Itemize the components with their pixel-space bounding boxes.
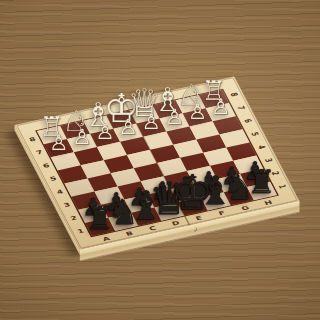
rank-label-right-8: 8 [227,90,241,100]
rank-label-left-3: 3 [59,201,75,210]
rank-label-right-5: 5 [248,129,262,139]
rank-label-left-8: 8 [24,135,40,144]
rank-label-right-3: 3 [261,155,275,165]
rank-label-right-1: 1 [275,182,289,192]
rank-label-left-1: 1 [73,227,89,236]
rank-label-right-2: 2 [268,169,282,179]
chess-set-photo: A88B77C66D55E44F33G22H11 ♖♘♗♔♕♗♘♖♙♙♙♙♙♙♙… [0,0,320,320]
rank-label-left-5: 5 [45,174,61,183]
rank-label-left-2: 2 [66,214,82,223]
rank-label-left-6: 6 [38,161,54,170]
screw-icon [194,227,197,232]
rank-label-right-7: 7 [234,103,248,113]
rank-label-left-7: 7 [31,148,47,157]
rank-label-right-6: 6 [241,116,255,126]
rank-label-right-4: 4 [255,142,269,152]
rank-label-left-4: 4 [52,188,68,197]
